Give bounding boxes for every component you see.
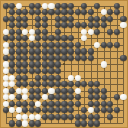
white-stone[interactable] [9,94,15,100]
white-stone[interactable] [81,35,87,41]
black-stone[interactable] [9,42,15,48]
black-stone[interactable] [81,55,87,61]
black-stone[interactable] [88,22,94,28]
black-stone[interactable] [55,22,61,28]
black-stone[interactable] [35,48,41,54]
black-stone[interactable] [55,74,61,80]
black-stone[interactable] [42,22,48,28]
black-stone[interactable] [55,107,61,113]
black-stone[interactable] [88,101,94,107]
black-stone[interactable] [68,114,74,120]
black-stone[interactable] [16,61,22,67]
black-stone[interactable] [2,16,8,22]
black-stone[interactable] [88,9,94,15]
black-stone[interactable] [68,35,74,41]
black-stone[interactable] [35,22,41,28]
black-stone[interactable] [16,74,22,80]
black-stone[interactable] [29,101,35,107]
white-stone[interactable] [88,29,94,35]
black-stone[interactable] [22,68,28,74]
black-stone[interactable] [74,42,80,48]
white-stone[interactable] [2,74,8,80]
black-stone[interactable] [88,16,94,22]
black-stone[interactable] [55,81,61,87]
white-stone[interactable] [2,88,8,94]
white-stone[interactable] [2,101,8,107]
black-stone[interactable] [61,9,67,15]
black-stone[interactable] [35,35,41,41]
black-stone[interactable] [55,68,61,74]
black-stone[interactable] [35,74,41,80]
black-stone[interactable] [35,107,41,113]
black-stone[interactable] [94,81,100,87]
black-stone[interactable] [16,29,22,35]
white-stone[interactable] [48,2,54,8]
black-stone[interactable] [42,107,48,113]
black-stone[interactable] [35,55,41,61]
black-stone[interactable] [35,9,41,15]
black-stone[interactable] [88,114,94,120]
white-stone[interactable] [9,74,15,80]
black-stone[interactable] [61,101,67,107]
black-stone[interactable] [120,55,126,61]
black-stone[interactable] [114,94,120,100]
black-stone[interactable] [35,29,41,35]
black-stone[interactable] [68,42,74,48]
white-stone[interactable] [2,48,8,54]
black-stone[interactable] [68,16,74,22]
black-stone[interactable] [101,22,107,28]
black-stone[interactable] [81,114,87,120]
black-stone[interactable] [29,42,35,48]
black-stone[interactable] [42,61,48,67]
black-stone[interactable] [68,81,74,87]
white-stone[interactable] [22,29,28,35]
grid-line-vertical [117,6,118,124]
black-stone[interactable] [42,101,48,107]
black-stone[interactable] [74,9,80,15]
black-stone[interactable] [81,81,87,87]
black-stone[interactable] [107,107,113,113]
black-stone[interactable] [22,35,28,41]
black-stone[interactable] [55,101,61,107]
black-stone[interactable] [9,101,15,107]
black-stone[interactable] [88,48,94,54]
black-stone[interactable] [94,22,100,28]
black-stone[interactable] [68,2,74,8]
white-stone[interactable] [42,2,48,8]
black-stone[interactable] [16,94,22,100]
black-stone[interactable] [16,81,22,87]
black-stone[interactable] [16,9,22,15]
black-stone[interactable] [22,101,28,107]
black-stone[interactable] [101,16,107,22]
white-stone[interactable] [48,88,54,94]
black-stone[interactable] [42,29,48,35]
black-stone[interactable] [48,35,54,41]
black-stone[interactable] [48,107,54,113]
black-stone[interactable] [74,120,80,126]
black-stone[interactable] [61,81,67,87]
white-stone[interactable] [2,42,8,48]
white-stone[interactable] [68,74,74,80]
black-stone[interactable] [9,22,15,28]
white-stone[interactable] [42,94,48,100]
white-stone[interactable] [16,114,22,120]
black-stone[interactable] [9,55,15,61]
black-stone[interactable] [29,107,35,113]
black-stone[interactable] [88,120,94,126]
white-stone[interactable] [35,114,41,120]
black-stone[interactable] [35,42,41,48]
black-stone[interactable] [22,107,28,113]
white-stone[interactable] [94,42,100,48]
white-stone[interactable] [29,35,35,41]
black-stone[interactable] [74,48,80,54]
black-stone[interactable] [48,48,54,54]
white-stone[interactable] [22,120,28,126]
black-stone[interactable] [16,16,22,22]
black-stone[interactable] [22,48,28,54]
black-stone[interactable] [42,114,48,120]
black-stone[interactable] [68,101,74,107]
black-stone[interactable] [55,9,61,15]
black-stone[interactable] [42,74,48,80]
black-stone[interactable] [101,94,107,100]
white-stone[interactable] [74,88,80,94]
black-stone[interactable] [22,42,28,48]
white-stone[interactable] [2,68,8,74]
black-stone[interactable] [42,55,48,61]
black-stone[interactable] [35,120,41,126]
black-stone[interactable] [16,55,22,61]
star-point [63,63,65,65]
white-stone[interactable] [2,61,8,67]
black-stone[interactable] [35,68,41,74]
black-stone[interactable] [29,9,35,15]
black-stone[interactable] [55,35,61,41]
black-stone[interactable] [94,88,100,94]
black-stone[interactable] [48,74,54,80]
black-stone[interactable] [81,48,87,54]
black-stone[interactable] [29,2,35,8]
white-stone[interactable] [120,22,126,28]
black-stone[interactable] [2,55,8,61]
black-stone[interactable] [68,107,74,113]
black-stone[interactable] [22,55,28,61]
white-stone[interactable] [120,94,126,100]
black-stone[interactable] [48,61,54,67]
white-stone[interactable] [29,29,35,35]
black-stone[interactable] [42,88,48,94]
black-stone[interactable] [48,55,54,61]
black-stone[interactable] [61,42,67,48]
black-stone[interactable] [22,22,28,28]
black-stone[interactable] [29,120,35,126]
black-stone[interactable] [107,16,113,22]
black-stone[interactable] [81,107,87,113]
black-stone[interactable] [48,101,54,107]
white-stone[interactable] [35,101,41,107]
black-stone[interactable] [55,94,61,100]
black-stone[interactable] [55,2,61,8]
black-stone[interactable] [9,2,15,8]
black-stone[interactable] [61,35,67,41]
black-stone[interactable] [9,35,15,41]
white-stone[interactable] [9,81,15,87]
black-stone[interactable] [55,114,61,120]
black-stone[interactable] [29,81,35,87]
black-stone[interactable] [22,81,28,87]
black-stone[interactable] [74,94,80,100]
white-stone[interactable] [9,107,15,113]
black-stone[interactable] [35,94,41,100]
black-stone[interactable] [16,68,22,74]
black-stone[interactable] [42,9,48,15]
black-stone[interactable] [94,114,100,120]
black-stone[interactable] [68,9,74,15]
white-stone[interactable] [101,61,107,67]
black-stone[interactable] [114,42,120,48]
black-stone[interactable] [16,48,22,54]
black-stone[interactable] [68,22,74,28]
black-stone[interactable] [42,16,48,22]
black-stone[interactable] [16,101,22,107]
white-stone[interactable] [16,2,22,8]
black-stone[interactable] [94,94,100,100]
white-stone[interactable] [88,107,94,113]
black-stone[interactable] [48,68,54,74]
black-stone[interactable] [55,61,61,67]
black-stone[interactable] [2,107,8,113]
black-stone[interactable] [29,61,35,67]
black-stone[interactable] [101,88,107,94]
black-stone[interactable] [48,9,54,15]
black-stone[interactable] [114,9,120,15]
black-stone[interactable] [42,48,48,54]
white-stone[interactable] [22,94,28,100]
black-stone[interactable] [29,68,35,74]
black-stone[interactable] [55,42,61,48]
black-stone[interactable] [74,114,80,120]
black-stone[interactable] [81,22,87,28]
black-stone[interactable] [9,29,15,35]
black-stone[interactable] [61,16,67,22]
black-stone[interactable] [88,88,94,94]
black-stone[interactable] [9,61,15,67]
black-stone[interactable] [107,9,113,15]
black-stone[interactable] [9,48,15,54]
black-stone[interactable] [88,55,94,61]
white-stone[interactable] [2,94,8,100]
black-stone[interactable] [81,2,87,8]
go-board[interactable] [0,0,128,128]
black-stone[interactable] [29,48,35,54]
black-stone[interactable] [61,22,67,28]
black-stone[interactable] [9,88,15,94]
white-stone[interactable] [2,29,8,35]
black-stone[interactable] [48,42,54,48]
black-stone[interactable] [81,9,87,15]
black-stone[interactable] [35,16,41,22]
black-stone[interactable] [61,2,67,8]
black-stone[interactable] [107,29,113,35]
black-stone[interactable] [61,107,67,113]
white-stone[interactable] [29,114,35,120]
black-stone[interactable] [42,68,48,74]
black-stone[interactable] [35,81,41,87]
black-stone[interactable] [48,94,54,100]
black-stone[interactable] [114,107,120,113]
black-stone[interactable] [61,88,67,94]
white-stone[interactable] [2,81,8,87]
black-stone[interactable] [42,81,48,87]
black-stone[interactable] [107,42,113,48]
white-stone[interactable] [74,74,80,80]
black-stone[interactable] [9,16,15,22]
black-stone[interactable] [74,55,80,61]
white-stone[interactable] [16,107,22,113]
black-stone[interactable] [16,120,22,126]
black-stone[interactable] [94,16,100,22]
black-stone[interactable] [94,120,100,126]
black-stone[interactable] [22,9,28,15]
white-stone[interactable] [16,88,22,94]
black-stone[interactable] [114,29,120,35]
black-stone[interactable] [29,94,35,100]
black-stone[interactable] [68,88,74,94]
black-stone[interactable] [107,114,113,120]
black-stone[interactable] [74,22,80,28]
black-stone[interactable] [55,55,61,61]
black-stone[interactable] [88,94,94,100]
black-stone[interactable] [114,2,120,8]
black-stone[interactable] [101,101,107,107]
black-stone[interactable] [9,68,15,74]
black-stone[interactable] [35,88,41,94]
black-stone[interactable] [61,48,67,54]
black-stone[interactable] [16,35,22,41]
black-stone[interactable] [61,94,67,100]
black-stone[interactable] [2,2,8,8]
white-stone[interactable] [81,29,87,35]
black-stone[interactable] [29,55,35,61]
black-stone[interactable] [22,16,28,22]
black-stone[interactable] [107,101,113,107]
white-stone[interactable] [101,9,107,15]
black-stone[interactable] [42,35,48,41]
black-stone[interactable] [94,29,100,35]
black-stone[interactable] [9,9,15,15]
black-stone[interactable] [35,2,41,8]
black-stone[interactable] [55,16,61,22]
black-stone[interactable] [88,81,94,87]
black-stone[interactable] [16,42,22,48]
black-stone[interactable] [22,61,28,67]
black-stone[interactable] [101,107,107,113]
black-stone[interactable] [55,88,61,94]
black-stone[interactable] [94,2,100,8]
black-stone[interactable] [68,48,74,54]
black-stone[interactable] [81,120,87,126]
black-stone[interactable] [74,101,80,107]
black-stone[interactable] [55,48,61,54]
black-stone[interactable] [48,114,54,120]
black-stone[interactable] [2,35,8,41]
black-stone[interactable] [61,114,67,120]
black-stone[interactable] [61,55,67,61]
black-stone[interactable] [22,74,28,80]
black-stone[interactable] [68,55,74,61]
black-stone[interactable] [101,42,107,48]
black-stone[interactable] [29,88,35,94]
black-stone[interactable] [16,22,22,28]
black-stone[interactable] [68,94,74,100]
black-stone[interactable] [55,29,61,35]
black-stone[interactable] [48,81,54,87]
black-stone[interactable] [35,61,41,67]
white-stone[interactable] [22,88,28,94]
black-stone[interactable] [94,107,100,113]
white-stone[interactable] [22,114,28,120]
black-stone[interactable] [74,81,80,87]
black-stone[interactable] [9,120,15,126]
black-stone[interactable] [120,16,126,22]
black-stone[interactable] [94,101,100,107]
black-stone[interactable] [42,42,48,48]
